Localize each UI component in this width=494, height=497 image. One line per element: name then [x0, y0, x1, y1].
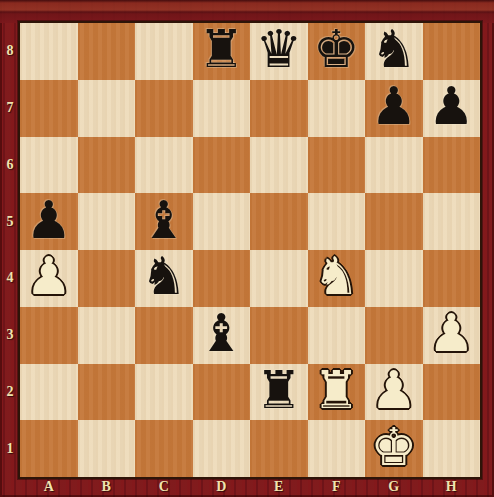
square-d6[interactable]	[193, 137, 251, 194]
piece-black-knight[interactable]: ♞	[140, 250, 187, 302]
square-b7[interactable]	[78, 80, 136, 137]
square-f5[interactable]	[308, 193, 366, 250]
square-d8[interactable]: ♜	[193, 23, 251, 80]
square-h3[interactable]: ♟	[423, 307, 481, 364]
square-h8[interactable]	[423, 23, 481, 80]
piece-white-rook[interactable]: ♜	[313, 364, 360, 416]
square-f2[interactable]: ♜	[308, 364, 366, 421]
square-a4[interactable]: ♟	[20, 250, 78, 307]
piece-black-rook[interactable]: ♜	[255, 364, 302, 416]
square-a5[interactable]: ♟	[20, 193, 78, 250]
file-label-a: A	[20, 477, 78, 497]
square-d7[interactable]	[193, 80, 251, 137]
rank-label-4: 4	[0, 250, 20, 307]
square-b3[interactable]	[78, 307, 136, 364]
square-c7[interactable]	[135, 80, 193, 137]
piece-black-rook[interactable]: ♜	[198, 23, 245, 75]
square-a6[interactable]	[20, 137, 78, 194]
square-b1[interactable]	[78, 420, 136, 477]
square-f1[interactable]	[308, 420, 366, 477]
square-e1[interactable]	[250, 420, 308, 477]
square-c2[interactable]	[135, 364, 193, 421]
square-h2[interactable]	[423, 364, 481, 421]
square-e4[interactable]	[250, 250, 308, 307]
piece-black-bishop[interactable]: ♝	[140, 194, 187, 246]
chess-board: ♜♛♚♞♟♟♟♝♟♞♞♝♟♜♜♟♚	[20, 23, 480, 477]
square-c3[interactable]	[135, 307, 193, 364]
square-f3[interactable]	[308, 307, 366, 364]
square-b4[interactable]	[78, 250, 136, 307]
square-d2[interactable]	[193, 364, 251, 421]
rank-label-6: 6	[0, 137, 20, 194]
square-b2[interactable]	[78, 364, 136, 421]
piece-black-pawn[interactable]: ♟	[370, 80, 417, 132]
file-label-f: F	[308, 477, 366, 497]
piece-black-king[interactable]: ♚	[313, 23, 360, 75]
square-g7[interactable]: ♟	[365, 80, 423, 137]
square-f7[interactable]	[308, 80, 366, 137]
square-f6[interactable]	[308, 137, 366, 194]
piece-white-pawn[interactable]: ♟	[370, 364, 417, 416]
square-g5[interactable]	[365, 193, 423, 250]
square-g6[interactable]	[365, 137, 423, 194]
square-b6[interactable]	[78, 137, 136, 194]
square-h7[interactable]: ♟	[423, 80, 481, 137]
square-d5[interactable]	[193, 193, 251, 250]
square-e6[interactable]	[250, 137, 308, 194]
square-e2[interactable]: ♜	[250, 364, 308, 421]
square-f8[interactable]: ♚	[308, 23, 366, 80]
rank-label-7: 7	[0, 80, 20, 137]
square-e7[interactable]	[250, 80, 308, 137]
square-c5[interactable]: ♝	[135, 193, 193, 250]
piece-white-pawn[interactable]: ♟	[25, 250, 72, 302]
square-g1[interactable]: ♚	[365, 420, 423, 477]
square-h1[interactable]	[423, 420, 481, 477]
square-h5[interactable]	[423, 193, 481, 250]
square-h4[interactable]	[423, 250, 481, 307]
square-a3[interactable]	[20, 307, 78, 364]
piece-black-pawn[interactable]: ♟	[25, 194, 72, 246]
square-a8[interactable]	[20, 23, 78, 80]
file-label-e: E	[250, 477, 308, 497]
square-g4[interactable]	[365, 250, 423, 307]
square-d4[interactable]	[193, 250, 251, 307]
square-e3[interactable]	[250, 307, 308, 364]
file-label-c: C	[135, 477, 193, 497]
file-label-g: G	[365, 477, 423, 497]
square-c8[interactable]	[135, 23, 193, 80]
chess-board-window: ♜♛♚♞♟♟♟♝♟♞♞♝♟♜♜♟♚ 87654321 ABCDEFGH	[0, 0, 494, 497]
rank-label-5: 5	[0, 193, 20, 250]
rank-label-1: 1	[0, 420, 20, 477]
square-g3[interactable]	[365, 307, 423, 364]
piece-black-knight[interactable]: ♞	[370, 23, 417, 75]
piece-white-pawn[interactable]: ♟	[428, 307, 475, 359]
file-label-h: H	[423, 477, 481, 497]
square-a1[interactable]	[20, 420, 78, 477]
square-f4[interactable]: ♞	[308, 250, 366, 307]
piece-black-pawn[interactable]: ♟	[428, 80, 475, 132]
square-g8[interactable]: ♞	[365, 23, 423, 80]
square-b5[interactable]	[78, 193, 136, 250]
piece-white-knight[interactable]: ♞	[313, 250, 360, 302]
square-g2[interactable]: ♟	[365, 364, 423, 421]
square-a2[interactable]	[20, 364, 78, 421]
file-label-d: D	[193, 477, 251, 497]
square-c6[interactable]	[135, 137, 193, 194]
board-frame-top-grain	[0, 0, 494, 23]
file-label-b: B	[78, 477, 136, 497]
rank-label-3: 3	[0, 307, 20, 364]
square-e5[interactable]	[250, 193, 308, 250]
square-c1[interactable]	[135, 420, 193, 477]
piece-black-bishop[interactable]: ♝	[198, 307, 245, 359]
square-d1[interactable]	[193, 420, 251, 477]
square-d3[interactable]: ♝	[193, 307, 251, 364]
square-h6[interactable]	[423, 137, 481, 194]
piece-black-queen[interactable]: ♛	[255, 23, 302, 75]
rank-label-2: 2	[0, 364, 20, 421]
square-e8[interactable]: ♛	[250, 23, 308, 80]
piece-white-king[interactable]: ♚	[370, 421, 417, 473]
square-a7[interactable]	[20, 80, 78, 137]
square-b8[interactable]	[78, 23, 136, 80]
square-c4[interactable]: ♞	[135, 250, 193, 307]
rank-label-8: 8	[0, 23, 20, 80]
